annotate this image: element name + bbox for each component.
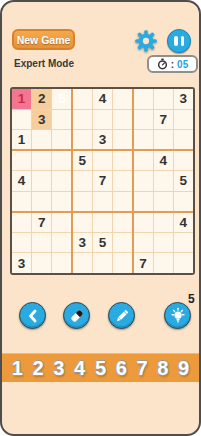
- cell-r2c8[interactable]: [174, 130, 193, 150]
- cell-r6c4[interactable]: [93, 212, 112, 232]
- cell-r2c0[interactable]: 1: [12, 130, 31, 150]
- cell-r6c0[interactable]: [12, 212, 31, 232]
- chevron-left-icon: [23, 306, 43, 326]
- cell-r5c1[interactable]: [32, 192, 51, 212]
- cell-r6c7[interactable]: [154, 212, 173, 232]
- cell-r5c7[interactable]: [154, 192, 173, 212]
- cell-r3c4[interactable]: [93, 151, 112, 171]
- cell-r7c5[interactable]: [113, 233, 132, 253]
- cell-r8c0[interactable]: 3: [12, 253, 31, 273]
- numpad-7[interactable]: 7: [136, 358, 147, 378]
- cell-r6c1[interactable]: 7: [32, 212, 51, 232]
- sudoku-board: 12543371354475743537: [10, 87, 195, 275]
- cell-r3c3[interactable]: 5: [73, 151, 92, 171]
- cell-r8c3[interactable]: [73, 253, 92, 273]
- settings-button[interactable]: [133, 28, 159, 54]
- cell-r6c5[interactable]: [113, 212, 132, 232]
- numpad-8[interactable]: 8: [157, 358, 168, 378]
- cell-r7c6[interactable]: [133, 233, 152, 253]
- cell-r3c2[interactable]: [52, 151, 71, 171]
- cell-r0c7[interactable]: [154, 89, 173, 109]
- undo-button[interactable]: [19, 302, 46, 329]
- cell-r7c2[interactable]: [52, 233, 71, 253]
- pause-icon: [174, 36, 178, 46]
- cell-r2c6[interactable]: [133, 130, 152, 150]
- cell-r4c0[interactable]: 4: [12, 171, 31, 191]
- cell-r3c0[interactable]: [12, 151, 31, 171]
- cell-r2c7[interactable]: [154, 130, 173, 150]
- cell-r4c7[interactable]: [154, 171, 173, 191]
- pause-button[interactable]: [167, 29, 191, 53]
- cell-r5c0[interactable]: [12, 192, 31, 212]
- cell-r0c8[interactable]: 3: [174, 89, 193, 109]
- cell-r1c6[interactable]: [133, 110, 152, 130]
- cell-r4c2[interactable]: [52, 171, 71, 191]
- cell-r8c8[interactable]: [174, 253, 193, 273]
- cell-r1c1[interactable]: 3: [32, 110, 51, 130]
- timer-display: : 05: [147, 55, 198, 73]
- cell-r2c2[interactable]: [52, 130, 71, 150]
- cell-r1c4[interactable]: [93, 110, 112, 130]
- cell-r0c6[interactable]: [133, 89, 152, 109]
- numpad-3[interactable]: 3: [53, 358, 64, 378]
- cell-r7c7[interactable]: [154, 233, 173, 253]
- stopwatch-icon: [157, 58, 168, 70]
- number-pad: 123456789: [2, 353, 199, 382]
- cell-r5c8[interactable]: [174, 192, 193, 212]
- gear-icon: [133, 28, 159, 54]
- cell-r8c7[interactable]: [154, 253, 173, 273]
- cell-r8c2[interactable]: [52, 253, 71, 273]
- cell-r4c5[interactable]: [113, 171, 132, 191]
- cell-r2c4[interactable]: 3: [93, 130, 112, 150]
- cell-r8c5[interactable]: [113, 253, 132, 273]
- cell-r7c8[interactable]: [174, 233, 193, 253]
- cell-r7c3[interactable]: 3: [73, 233, 92, 253]
- cell-r3c8[interactable]: [174, 151, 193, 171]
- cell-r3c6[interactable]: [133, 151, 152, 171]
- cell-r7c1[interactable]: [32, 233, 51, 253]
- difficulty-label: Expert Mode: [14, 58, 74, 69]
- numpad-9[interactable]: 9: [178, 358, 189, 378]
- cell-r2c1[interactable]: [32, 130, 51, 150]
- cell-r4c1[interactable]: [32, 171, 51, 191]
- cell-r1c2[interactable]: [52, 110, 71, 130]
- hint-count-badge: 5: [188, 292, 195, 306]
- hint-button[interactable]: [164, 302, 191, 329]
- cell-r6c6[interactable]: [133, 212, 152, 232]
- cell-r1c3[interactable]: [73, 110, 92, 130]
- pencil-icon: [112, 306, 132, 326]
- cell-r1c5[interactable]: [113, 110, 132, 130]
- cell-r1c7[interactable]: 7: [154, 110, 173, 130]
- cell-r8c1[interactable]: [32, 253, 51, 273]
- cell-r8c4[interactable]: [93, 253, 112, 273]
- cell-r0c4[interactable]: 4: [93, 89, 112, 109]
- cell-r8c6[interactable]: 7: [133, 253, 152, 273]
- erase-button[interactable]: [63, 302, 90, 329]
- cell-r7c0[interactable]: [12, 233, 31, 253]
- eraser-icon: [67, 306, 87, 326]
- cell-r0c5[interactable]: [113, 89, 132, 109]
- cell-r3c5[interactable]: [113, 151, 132, 171]
- cell-r3c7[interactable]: 4: [154, 151, 173, 171]
- sudoku-app-screen: New Game Expert Mode : 05: [0, 0, 201, 436]
- cell-r5c4[interactable]: [93, 192, 112, 212]
- cell-r1c0[interactable]: [12, 110, 31, 130]
- cell-r1c8[interactable]: [174, 110, 193, 130]
- cell-r3c1[interactable]: [32, 151, 51, 171]
- cell-r2c3[interactable]: [73, 130, 92, 150]
- cell-r4c6[interactable]: [133, 171, 152, 191]
- cell-r0c3[interactable]: [73, 89, 92, 109]
- cell-r6c8[interactable]: 4: [174, 212, 193, 232]
- cell-r0c2[interactable]: 5: [52, 89, 71, 109]
- cell-r5c5[interactable]: [113, 192, 132, 212]
- cell-r6c2[interactable]: [52, 212, 71, 232]
- numpad-5[interactable]: 5: [95, 358, 106, 378]
- numpad-1[interactable]: 1: [12, 358, 23, 378]
- pause-icon: [181, 36, 185, 46]
- numpad-6[interactable]: 6: [116, 358, 127, 378]
- timer-value: 05: [177, 59, 188, 70]
- cell-r5c6[interactable]: [133, 192, 152, 212]
- cell-r6c3[interactable]: [73, 212, 92, 232]
- cell-r0c0[interactable]: 1: [12, 89, 31, 109]
- numpad-2[interactable]: 2: [33, 358, 44, 378]
- cell-r2c5[interactable]: [113, 130, 132, 150]
- lightbulb-icon: [168, 306, 188, 326]
- cell-r0c1[interactable]: 2: [32, 89, 51, 109]
- cell-r5c2[interactable]: [52, 192, 71, 212]
- cell-r7c4[interactable]: 5: [93, 233, 112, 253]
- new-game-button[interactable]: New Game: [12, 29, 75, 50]
- cell-r4c4[interactable]: 7: [93, 171, 112, 191]
- cell-r4c8[interactable]: 5: [174, 171, 193, 191]
- timer-separator: :: [171, 59, 174, 70]
- notes-button[interactable]: [108, 302, 135, 329]
- cell-r4c3[interactable]: [73, 171, 92, 191]
- numpad-4[interactable]: 4: [74, 358, 85, 378]
- cell-r5c3[interactable]: [73, 192, 92, 212]
